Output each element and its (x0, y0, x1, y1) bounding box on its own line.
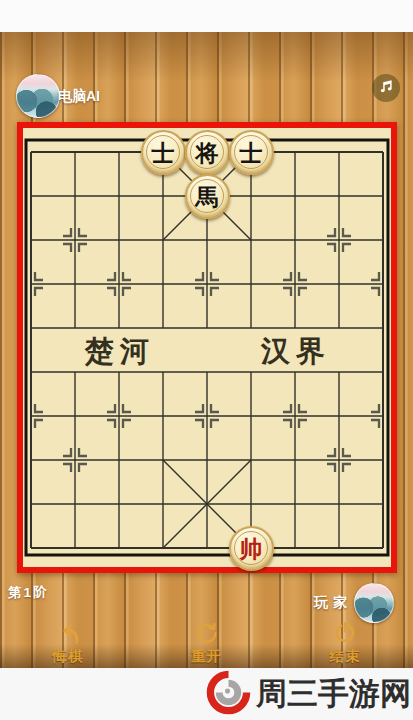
status-bar-area (0, 0, 413, 33)
undo-arrow-icon (55, 620, 82, 645)
piece-char: 将 (196, 141, 219, 164)
restart-circle-icon (194, 620, 220, 645)
piece-char: 士 (240, 141, 263, 164)
undo-button[interactable]: 悔棋 (28, 620, 108, 668)
player-avatar (354, 583, 394, 623)
spiral-logo-icon (206, 670, 251, 719)
player-name-label: 玩家 (314, 594, 352, 612)
piece-char: 馬 (196, 185, 219, 208)
piece-char: 帅 (240, 537, 263, 560)
board-frame: 楚河汉界 士将士馬帅 (17, 122, 397, 573)
piece-ring: 馬 (190, 179, 224, 213)
app-screen: 电脑AI 楚河汉界 士将士馬帅 第1阶 玩家 (0, 0, 413, 720)
opponent-name-label: 电脑AI (58, 88, 100, 106)
restart-button[interactable]: 重开 (167, 620, 247, 668)
watermark-text: 周三手游网 (256, 673, 411, 715)
end-label: 结束 (330, 647, 361, 666)
piece-ring: 士 (146, 135, 180, 169)
pieces-layer: 士将士馬帅 (23, 128, 391, 567)
opponent-avatar (16, 74, 60, 118)
piece-char: 士 (152, 141, 175, 164)
piece-ring: 将 (190, 135, 224, 169)
bottom-toolbar: 悔棋 重开 结束 (0, 620, 413, 668)
xiangqi-board[interactable]: 楚河汉界 士将士馬帅 (23, 128, 391, 567)
stage-label: 第1阶 (8, 584, 49, 602)
piece-black-advisor[interactable]: 士 (141, 130, 186, 175)
undo-label: 悔棋 (53, 647, 84, 666)
piece-red-general[interactable]: 帅 (229, 526, 274, 571)
piece-black-general[interactable]: 将 (185, 130, 230, 175)
piece-ring: 士 (234, 135, 268, 169)
piece-ring: 帅 (234, 531, 268, 565)
restart-label: 重开 (191, 647, 222, 666)
music-note-icon (377, 77, 395, 99)
music-toggle-button[interactable] (372, 74, 400, 102)
player-info: 玩家 (314, 583, 394, 623)
piece-black-advisor[interactable]: 士 (229, 130, 274, 175)
end-button[interactable]: 结束 (305, 620, 385, 668)
watermark-bar: 周三手游网 (0, 668, 413, 720)
piece-black-horse[interactable]: 馬 (185, 174, 230, 219)
power-icon (332, 620, 358, 645)
